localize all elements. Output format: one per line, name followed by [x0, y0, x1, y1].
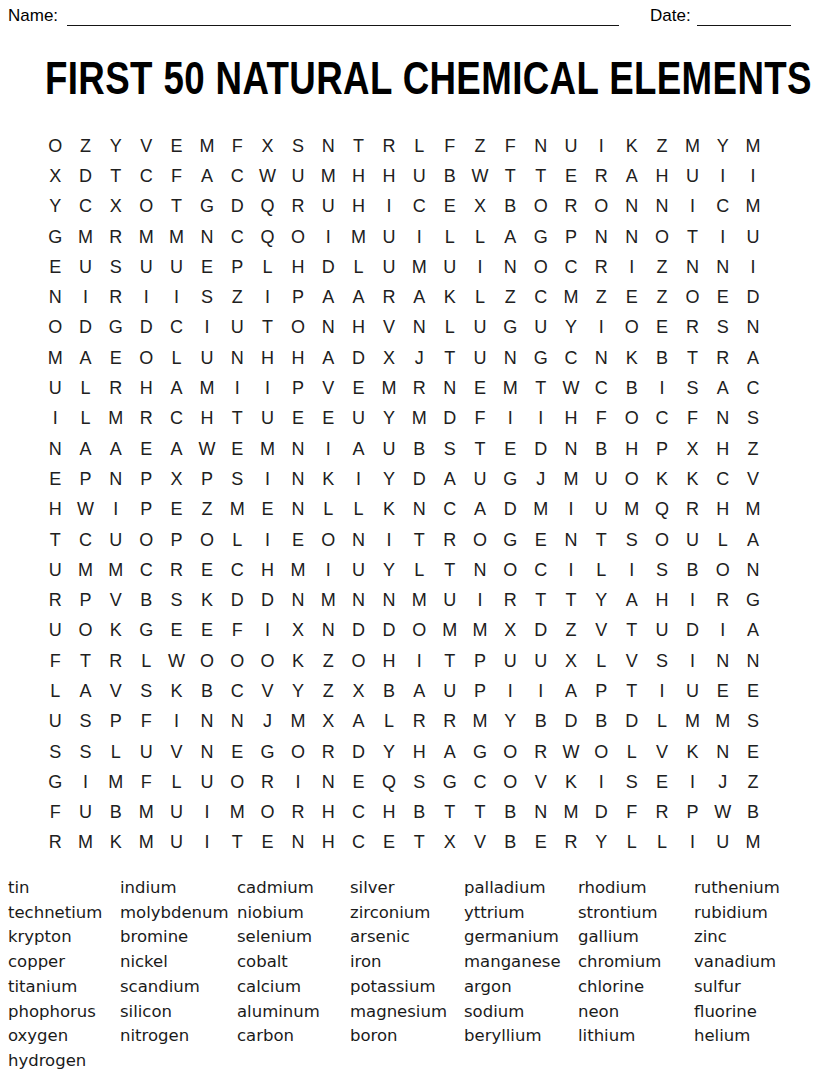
- grid-cell-r5c13[interactable]: M: [404, 252, 434, 282]
- grid-cell-r13c9[interactable]: N: [283, 495, 313, 525]
- grid-cell-r7c1[interactable]: O: [40, 313, 70, 343]
- grid-cell-r24c12[interactable]: E: [374, 828, 404, 858]
- grid-cell-r13c19[interactable]: U: [586, 495, 616, 525]
- grid-cell-r8c11[interactable]: D: [343, 343, 373, 373]
- grid-cell-r15c1[interactable]: U: [40, 555, 70, 585]
- grid-cell-r16c17[interactable]: T: [526, 585, 556, 615]
- grid-cell-r7c21[interactable]: E: [647, 313, 677, 343]
- grid-cell-r14c9[interactable]: E: [283, 525, 313, 555]
- grid-cell-r14c23[interactable]: L: [708, 525, 738, 555]
- grid-cell-r9c22[interactable]: S: [677, 373, 707, 403]
- grid-cell-r6c3[interactable]: R: [101, 282, 131, 312]
- grid-cell-r10c5[interactable]: C: [161, 404, 191, 434]
- name-blank-line[interactable]: [67, 8, 619, 26]
- grid-cell-r12c10[interactable]: K: [313, 464, 343, 494]
- grid-cell-r17c10[interactable]: N: [313, 616, 343, 646]
- grid-cell-r22c5[interactable]: L: [161, 767, 191, 797]
- grid-cell-r11c8[interactable]: M: [252, 434, 282, 464]
- grid-cell-r15c6[interactable]: E: [192, 555, 222, 585]
- grid-cell-r3c16[interactable]: B: [495, 192, 525, 222]
- grid-cell-r5c18[interactable]: C: [556, 252, 586, 282]
- grid-cell-r3c20[interactable]: N: [617, 192, 647, 222]
- grid-cell-r20c7[interactable]: N: [222, 707, 252, 737]
- grid-cell-r4c11[interactable]: M: [343, 222, 373, 252]
- grid-cell-r20c21[interactable]: L: [647, 707, 677, 737]
- grid-cell-r21c14[interactable]: A: [434, 737, 464, 767]
- grid-cell-r7c17[interactable]: U: [526, 313, 556, 343]
- grid-cell-r20c6[interactable]: N: [192, 707, 222, 737]
- grid-cell-r2c2[interactable]: D: [70, 161, 100, 191]
- grid-cell-r16c16[interactable]: R: [495, 585, 525, 615]
- grid-cell-r2c15[interactable]: W: [465, 161, 495, 191]
- grid-cell-r23c16[interactable]: B: [495, 798, 525, 828]
- grid-cell-r11c1[interactable]: N: [40, 434, 70, 464]
- grid-cell-r11c16[interactable]: E: [495, 434, 525, 464]
- grid-cell-r10c14[interactable]: D: [434, 404, 464, 434]
- grid-cell-r4c12[interactable]: U: [374, 222, 404, 252]
- grid-cell-r13c18[interactable]: I: [556, 495, 586, 525]
- grid-cell-r16c12[interactable]: N: [374, 585, 404, 615]
- grid-cell-r6c8[interactable]: I: [252, 282, 282, 312]
- grid-cell-r7c4[interactable]: D: [131, 313, 161, 343]
- grid-cell-r10c2[interactable]: L: [70, 404, 100, 434]
- grid-cell-r24c3[interactable]: K: [101, 828, 131, 858]
- grid-cell-r1c14[interactable]: F: [434, 131, 464, 161]
- grid-cell-r24c7[interactable]: T: [222, 828, 252, 858]
- grid-cell-r5c1[interactable]: E: [40, 252, 70, 282]
- grid-cell-r23c14[interactable]: T: [434, 798, 464, 828]
- grid-cell-r19c16[interactable]: I: [495, 676, 525, 706]
- grid-cell-r14c8[interactable]: I: [252, 525, 282, 555]
- grid-cell-r15c10[interactable]: I: [313, 555, 343, 585]
- grid-cell-r20c17[interactable]: B: [526, 707, 556, 737]
- grid-cell-r22c6[interactable]: U: [192, 767, 222, 797]
- grid-cell-r11c12[interactable]: U: [374, 434, 404, 464]
- grid-cell-r18c19[interactable]: L: [586, 646, 616, 676]
- grid-cell-r10c13[interactable]: M: [404, 404, 434, 434]
- grid-cell-r3c14[interactable]: E: [434, 192, 464, 222]
- grid-cell-r13c23[interactable]: H: [708, 495, 738, 525]
- grid-cell-r18c13[interactable]: I: [404, 646, 434, 676]
- grid-cell-r19c13[interactable]: A: [404, 676, 434, 706]
- grid-cell-r23c3[interactable]: B: [101, 798, 131, 828]
- grid-cell-r19c8[interactable]: V: [252, 676, 282, 706]
- grid-cell-r21c10[interactable]: R: [313, 737, 343, 767]
- grid-cell-r5c23[interactable]: N: [708, 252, 738, 282]
- grid-cell-r9c15[interactable]: E: [465, 373, 495, 403]
- grid-cell-r1c9[interactable]: S: [283, 131, 313, 161]
- grid-cell-r19c14[interactable]: U: [434, 676, 464, 706]
- grid-cell-r2c1[interactable]: X: [40, 161, 70, 191]
- date-blank-line[interactable]: [697, 8, 791, 26]
- grid-cell-r21c20[interactable]: L: [617, 737, 647, 767]
- grid-cell-r3c3[interactable]: X: [101, 192, 131, 222]
- grid-cell-r19c2[interactable]: A: [70, 676, 100, 706]
- grid-cell-r24c1[interactable]: R: [40, 828, 70, 858]
- grid-cell-r23c17[interactable]: N: [526, 798, 556, 828]
- grid-cell-r10c8[interactable]: U: [252, 404, 282, 434]
- grid-cell-r19c9[interactable]: Y: [283, 676, 313, 706]
- grid-cell-r24c21[interactable]: L: [647, 828, 677, 858]
- grid-cell-r24c4[interactable]: M: [131, 828, 161, 858]
- grid-cell-r3c24[interactable]: M: [738, 192, 768, 222]
- grid-cell-r11c15[interactable]: T: [465, 434, 495, 464]
- grid-cell-r16c3[interactable]: V: [101, 585, 131, 615]
- grid-cell-r23c23[interactable]: W: [708, 798, 738, 828]
- grid-cell-r5c14[interactable]: U: [434, 252, 464, 282]
- grid-cell-r24c19[interactable]: Y: [586, 828, 616, 858]
- grid-cell-r17c15[interactable]: M: [465, 616, 495, 646]
- grid-cell-r16c9[interactable]: N: [283, 585, 313, 615]
- grid-cell-r18c12[interactable]: H: [374, 646, 404, 676]
- grid-cell-r16c15[interactable]: I: [465, 585, 495, 615]
- grid-cell-r15c12[interactable]: Y: [374, 555, 404, 585]
- grid-cell-r14c12[interactable]: I: [374, 525, 404, 555]
- grid-cell-r7c11[interactable]: H: [343, 313, 373, 343]
- grid-cell-r20c23[interactable]: M: [708, 707, 738, 737]
- grid-cell-r4c16[interactable]: A: [495, 222, 525, 252]
- grid-cell-r16c14[interactable]: U: [434, 585, 464, 615]
- grid-cell-r19c21[interactable]: I: [647, 676, 677, 706]
- grid-cell-r13c5[interactable]: E: [161, 495, 191, 525]
- grid-cell-r10c24[interactable]: S: [738, 404, 768, 434]
- grid-cell-r17c7[interactable]: F: [222, 616, 252, 646]
- grid-cell-r3c19[interactable]: O: [586, 192, 616, 222]
- grid-cell-r7c12[interactable]: V: [374, 313, 404, 343]
- grid-cell-r20c20[interactable]: D: [617, 707, 647, 737]
- grid-cell-r21c2[interactable]: S: [70, 737, 100, 767]
- grid-cell-r13c10[interactable]: L: [313, 495, 343, 525]
- grid-cell-r12c2[interactable]: P: [70, 464, 100, 494]
- grid-cell-r1c11[interactable]: T: [343, 131, 373, 161]
- grid-cell-r10c21[interactable]: C: [647, 404, 677, 434]
- grid-cell-r8c5[interactable]: L: [161, 343, 191, 373]
- grid-cell-r18c4[interactable]: L: [131, 646, 161, 676]
- grid-cell-r23c15[interactable]: T: [465, 798, 495, 828]
- grid-cell-r12c4[interactable]: P: [131, 464, 161, 494]
- grid-cell-r1c17[interactable]: N: [526, 131, 556, 161]
- grid-cell-r22c22[interactable]: I: [677, 767, 707, 797]
- grid-cell-r8c14[interactable]: T: [434, 343, 464, 373]
- grid-cell-r24c23[interactable]: U: [708, 828, 738, 858]
- grid-cell-r17c21[interactable]: U: [647, 616, 677, 646]
- grid-cell-r14c5[interactable]: P: [161, 525, 191, 555]
- grid-cell-r23c19[interactable]: D: [586, 798, 616, 828]
- grid-cell-r9c18[interactable]: W: [556, 373, 586, 403]
- grid-cell-r12c21[interactable]: K: [647, 464, 677, 494]
- grid-cell-r5c3[interactable]: S: [101, 252, 131, 282]
- grid-cell-r10c18[interactable]: H: [556, 404, 586, 434]
- grid-cell-r12c8[interactable]: I: [252, 464, 282, 494]
- grid-cell-r13c3[interactable]: I: [101, 495, 131, 525]
- grid-cell-r16c22[interactable]: I: [677, 585, 707, 615]
- grid-cell-r17c16[interactable]: X: [495, 616, 525, 646]
- grid-cell-r2c20[interactable]: A: [617, 161, 647, 191]
- grid-cell-r2c22[interactable]: U: [677, 161, 707, 191]
- grid-cell-r10c19[interactable]: F: [586, 404, 616, 434]
- grid-cell-r9c10[interactable]: V: [313, 373, 343, 403]
- grid-cell-r9c16[interactable]: M: [495, 373, 525, 403]
- grid-cell-r15c2[interactable]: M: [70, 555, 100, 585]
- grid-cell-r3c15[interactable]: X: [465, 192, 495, 222]
- grid-cell-r21c13[interactable]: H: [404, 737, 434, 767]
- grid-cell-r11c19[interactable]: B: [586, 434, 616, 464]
- grid-cell-r12c24[interactable]: V: [738, 464, 768, 494]
- grid-cell-r12c18[interactable]: M: [556, 464, 586, 494]
- grid-cell-r22c4[interactable]: F: [131, 767, 161, 797]
- grid-cell-r21c22[interactable]: K: [677, 737, 707, 767]
- grid-cell-r2c9[interactable]: U: [283, 161, 313, 191]
- grid-cell-r2c8[interactable]: W: [252, 161, 282, 191]
- grid-cell-r1c24[interactable]: M: [738, 131, 768, 161]
- grid-cell-r12c13[interactable]: D: [404, 464, 434, 494]
- grid-cell-r16c20[interactable]: A: [617, 585, 647, 615]
- grid-cell-r24c2[interactable]: M: [70, 828, 100, 858]
- grid-cell-r20c15[interactable]: M: [465, 707, 495, 737]
- grid-cell-r21c9[interactable]: O: [283, 737, 313, 767]
- grid-cell-r12c19[interactable]: U: [586, 464, 616, 494]
- grid-cell-r6c9[interactable]: P: [283, 282, 313, 312]
- grid-cell-r1c21[interactable]: Z: [647, 131, 677, 161]
- grid-cell-r15c14[interactable]: T: [434, 555, 464, 585]
- grid-cell-r6c4[interactable]: I: [131, 282, 161, 312]
- grid-cell-r12c1[interactable]: E: [40, 464, 70, 494]
- grid-cell-r6c17[interactable]: C: [526, 282, 556, 312]
- grid-cell-r15c11[interactable]: U: [343, 555, 373, 585]
- grid-cell-r10c7[interactable]: T: [222, 404, 252, 434]
- grid-cell-r20c4[interactable]: F: [131, 707, 161, 737]
- grid-cell-r6c1[interactable]: N: [40, 282, 70, 312]
- grid-cell-r8c10[interactable]: A: [313, 343, 343, 373]
- grid-cell-r6c14[interactable]: K: [434, 282, 464, 312]
- grid-cell-r20c1[interactable]: U: [40, 707, 70, 737]
- grid-cell-r15c3[interactable]: M: [101, 555, 131, 585]
- grid-cell-r2c4[interactable]: C: [131, 161, 161, 191]
- grid-cell-r17c8[interactable]: I: [252, 616, 282, 646]
- grid-cell-r19c12[interactable]: B: [374, 676, 404, 706]
- grid-cell-r21c5[interactable]: V: [161, 737, 191, 767]
- grid-cell-r3c6[interactable]: G: [192, 192, 222, 222]
- grid-cell-r5c6[interactable]: E: [192, 252, 222, 282]
- grid-cell-r17c4[interactable]: G: [131, 616, 161, 646]
- grid-cell-r15c9[interactable]: M: [283, 555, 313, 585]
- grid-cell-r16c10[interactable]: M: [313, 585, 343, 615]
- grid-cell-r14c17[interactable]: E: [526, 525, 556, 555]
- grid-cell-r14c1[interactable]: T: [40, 525, 70, 555]
- grid-cell-r6c19[interactable]: Z: [586, 282, 616, 312]
- grid-cell-r7c15[interactable]: U: [465, 313, 495, 343]
- grid-cell-r24c20[interactable]: L: [617, 828, 647, 858]
- grid-cell-r22c3[interactable]: M: [101, 767, 131, 797]
- grid-cell-r15c16[interactable]: O: [495, 555, 525, 585]
- grid-cell-r24c11[interactable]: C: [343, 828, 373, 858]
- grid-cell-r22c23[interactable]: J: [708, 767, 738, 797]
- grid-cell-r16c21[interactable]: H: [647, 585, 677, 615]
- grid-cell-r15c23[interactable]: O: [708, 555, 738, 585]
- grid-cell-r1c18[interactable]: U: [556, 131, 586, 161]
- grid-cell-r13c20[interactable]: M: [617, 495, 647, 525]
- grid-cell-r7c6[interactable]: I: [192, 313, 222, 343]
- grid-cell-r22c16[interactable]: O: [495, 767, 525, 797]
- grid-cell-r18c18[interactable]: X: [556, 646, 586, 676]
- grid-cell-r8c4[interactable]: O: [131, 343, 161, 373]
- grid-cell-r2c13[interactable]: U: [404, 161, 434, 191]
- grid-cell-r13c13[interactable]: N: [404, 495, 434, 525]
- grid-cell-r8c16[interactable]: N: [495, 343, 525, 373]
- grid-cell-r4c10[interactable]: I: [313, 222, 343, 252]
- grid-cell-r19c4[interactable]: S: [131, 676, 161, 706]
- grid-cell-r3c18[interactable]: R: [556, 192, 586, 222]
- grid-cell-r17c9[interactable]: X: [283, 616, 313, 646]
- grid-cell-r19c6[interactable]: B: [192, 676, 222, 706]
- grid-cell-r16c1[interactable]: R: [40, 585, 70, 615]
- grid-cell-r9c2[interactable]: L: [70, 373, 100, 403]
- grid-cell-r14c7[interactable]: L: [222, 525, 252, 555]
- grid-cell-r6c21[interactable]: Z: [647, 282, 677, 312]
- grid-cell-r21c4[interactable]: U: [131, 737, 161, 767]
- grid-cell-r4c15[interactable]: L: [465, 222, 495, 252]
- grid-cell-r5c8[interactable]: L: [252, 252, 282, 282]
- grid-cell-r6c7[interactable]: Z: [222, 282, 252, 312]
- grid-cell-r15c21[interactable]: S: [647, 555, 677, 585]
- grid-cell-r4c20[interactable]: N: [617, 222, 647, 252]
- grid-cell-r12c22[interactable]: K: [677, 464, 707, 494]
- grid-cell-r24c13[interactable]: T: [404, 828, 434, 858]
- grid-cell-r11c5[interactable]: A: [161, 434, 191, 464]
- grid-cell-r19c7[interactable]: C: [222, 676, 252, 706]
- grid-cell-r1c10[interactable]: N: [313, 131, 343, 161]
- grid-cell-r22c8[interactable]: R: [252, 767, 282, 797]
- grid-cell-r1c4[interactable]: V: [131, 131, 161, 161]
- grid-cell-r14c2[interactable]: C: [70, 525, 100, 555]
- grid-cell-r1c16[interactable]: F: [495, 131, 525, 161]
- grid-cell-r23c12[interactable]: H: [374, 798, 404, 828]
- grid-cell-r5c21[interactable]: Z: [647, 252, 677, 282]
- grid-cell-r23c1[interactable]: F: [40, 798, 70, 828]
- grid-cell-r3c1[interactable]: Y: [40, 192, 70, 222]
- grid-cell-r6c24[interactable]: D: [738, 282, 768, 312]
- grid-cell-r24c16[interactable]: B: [495, 828, 525, 858]
- grid-cell-r8c3[interactable]: E: [101, 343, 131, 373]
- grid-cell-r23c4[interactable]: M: [131, 798, 161, 828]
- grid-cell-r18c10[interactable]: Z: [313, 646, 343, 676]
- grid-cell-r11c21[interactable]: P: [647, 434, 677, 464]
- grid-cell-r23c20[interactable]: F: [617, 798, 647, 828]
- grid-cell-r5c15[interactable]: I: [465, 252, 495, 282]
- grid-cell-r21c17[interactable]: R: [526, 737, 556, 767]
- grid-cell-r16c24[interactable]: G: [738, 585, 768, 615]
- grid-cell-r18c7[interactable]: O: [222, 646, 252, 676]
- grid-cell-r12c3[interactable]: N: [101, 464, 131, 494]
- grid-cell-r4c14[interactable]: L: [434, 222, 464, 252]
- grid-cell-r9c23[interactable]: A: [708, 373, 738, 403]
- grid-cell-r14c14[interactable]: R: [434, 525, 464, 555]
- grid-cell-r9c13[interactable]: R: [404, 373, 434, 403]
- grid-cell-r3c5[interactable]: T: [161, 192, 191, 222]
- grid-cell-r13c14[interactable]: C: [434, 495, 464, 525]
- grid-cell-r8c12[interactable]: X: [374, 343, 404, 373]
- grid-cell-r2c16[interactable]: T: [495, 161, 525, 191]
- grid-cell-r23c5[interactable]: U: [161, 798, 191, 828]
- grid-cell-r9c9[interactable]: P: [283, 373, 313, 403]
- grid-cell-r19c10[interactable]: Z: [313, 676, 343, 706]
- grid-cell-r7c2[interactable]: D: [70, 313, 100, 343]
- grid-cell-r23c6[interactable]: I: [192, 798, 222, 828]
- grid-cell-r5c5[interactable]: U: [161, 252, 191, 282]
- grid-cell-r12c11[interactable]: I: [343, 464, 373, 494]
- grid-cell-r24c8[interactable]: E: [252, 828, 282, 858]
- grid-cell-r10c10[interactable]: E: [313, 404, 343, 434]
- grid-cell-r22c18[interactable]: K: [556, 767, 586, 797]
- grid-cell-r17c18[interactable]: Z: [556, 616, 586, 646]
- grid-cell-r6c20[interactable]: E: [617, 282, 647, 312]
- grid-cell-r13c17[interactable]: M: [526, 495, 556, 525]
- grid-cell-r7c22[interactable]: R: [677, 313, 707, 343]
- grid-cell-r5c4[interactable]: U: [131, 252, 161, 282]
- grid-cell-r15c13[interactable]: L: [404, 555, 434, 585]
- grid-cell-r4c13[interactable]: I: [404, 222, 434, 252]
- grid-cell-r8c9[interactable]: H: [283, 343, 313, 373]
- grid-cell-r2c19[interactable]: R: [586, 161, 616, 191]
- grid-cell-r5c12[interactable]: U: [374, 252, 404, 282]
- grid-cell-r7c19[interactable]: I: [586, 313, 616, 343]
- grid-cell-r15c22[interactable]: B: [677, 555, 707, 585]
- grid-cell-r17c23[interactable]: I: [708, 616, 738, 646]
- grid-cell-r16c11[interactable]: N: [343, 585, 373, 615]
- grid-cell-r2c10[interactable]: M: [313, 161, 343, 191]
- grid-cell-r8c22[interactable]: T: [677, 343, 707, 373]
- grid-cell-r8c13[interactable]: J: [404, 343, 434, 373]
- grid-cell-r15c18[interactable]: I: [556, 555, 586, 585]
- grid-cell-r19c19[interactable]: P: [586, 676, 616, 706]
- grid-cell-r20c2[interactable]: S: [70, 707, 100, 737]
- grid-cell-r15c15[interactable]: N: [465, 555, 495, 585]
- grid-cell-r9c5[interactable]: A: [161, 373, 191, 403]
- grid-cell-r4c21[interactable]: O: [647, 222, 677, 252]
- grid-cell-r13c15[interactable]: A: [465, 495, 495, 525]
- grid-cell-r6c16[interactable]: Z: [495, 282, 525, 312]
- grid-cell-r19c1[interactable]: L: [40, 676, 70, 706]
- grid-cell-r13c12[interactable]: K: [374, 495, 404, 525]
- grid-cell-r4c9[interactable]: O: [283, 222, 313, 252]
- grid-cell-r17c13[interactable]: O: [404, 616, 434, 646]
- grid-cell-r24c5[interactable]: U: [161, 828, 191, 858]
- grid-cell-r5c7[interactable]: P: [222, 252, 252, 282]
- grid-cell-r4c17[interactable]: G: [526, 222, 556, 252]
- grid-cell-r20c12[interactable]: L: [374, 707, 404, 737]
- grid-cell-r10c9[interactable]: E: [283, 404, 313, 434]
- grid-cell-r4c4[interactable]: M: [131, 222, 161, 252]
- grid-cell-r12c17[interactable]: J: [526, 464, 556, 494]
- grid-cell-r5c17[interactable]: O: [526, 252, 556, 282]
- grid-cell-r14c19[interactable]: T: [586, 525, 616, 555]
- grid-cell-r20c3[interactable]: P: [101, 707, 131, 737]
- grid-cell-r24c24[interactable]: M: [738, 828, 768, 858]
- grid-cell-r12c15[interactable]: U: [465, 464, 495, 494]
- grid-cell-r20c22[interactable]: M: [677, 707, 707, 737]
- grid-cell-r16c13[interactable]: M: [404, 585, 434, 615]
- grid-cell-r12c6[interactable]: P: [192, 464, 222, 494]
- grid-cell-r7c5[interactable]: C: [161, 313, 191, 343]
- grid-cell-r13c22[interactable]: R: [677, 495, 707, 525]
- grid-cell-r3c12[interactable]: I: [374, 192, 404, 222]
- grid-cell-r22c10[interactable]: N: [313, 767, 343, 797]
- grid-cell-r20c11[interactable]: A: [343, 707, 373, 737]
- grid-cell-r19c22[interactable]: U: [677, 676, 707, 706]
- grid-cell-r13c1[interactable]: H: [40, 495, 70, 525]
- grid-cell-r4c18[interactable]: P: [556, 222, 586, 252]
- grid-cell-r14c16[interactable]: G: [495, 525, 525, 555]
